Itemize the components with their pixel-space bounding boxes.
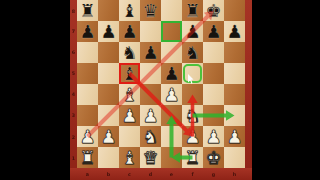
square-g8[interactable]: ♚ bbox=[203, 0, 224, 21]
board-border-right bbox=[245, 0, 252, 180]
square-d2[interactable]: ♞ bbox=[140, 126, 161, 147]
square-f5[interactable] bbox=[182, 63, 203, 84]
square-e6[interactable] bbox=[161, 42, 182, 63]
piece-white-pawn[interactable]: ♟ bbox=[77, 126, 98, 147]
square-g1[interactable]: ♚ bbox=[203, 147, 224, 168]
square-a3[interactable] bbox=[77, 105, 98, 126]
piece-white-bishop[interactable]: ♝ bbox=[119, 147, 140, 168]
video-frame: ♜♝♛♜♚♟♟♟♟♟♟♞♟♞♝♟♝♟♟♟♞♟♟♞♟♟♟♜♝♛♜♚ 8765432… bbox=[0, 0, 320, 180]
piece-black-pawn[interactable]: ♟ bbox=[98, 21, 119, 42]
square-f2[interactable]: ♟ bbox=[182, 126, 203, 147]
square-d1[interactable]: ♛ bbox=[140, 147, 161, 168]
piece-white-rook[interactable]: ♜ bbox=[77, 147, 98, 168]
square-b8[interactable] bbox=[98, 0, 119, 21]
square-b4[interactable] bbox=[98, 84, 119, 105]
piece-white-bishop[interactable]: ♝ bbox=[119, 84, 140, 105]
square-c3[interactable]: ♟ bbox=[119, 105, 140, 126]
square-g7[interactable]: ♟ bbox=[203, 21, 224, 42]
square-a8[interactable]: ♜ bbox=[77, 0, 98, 21]
square-h2[interactable]: ♟ bbox=[224, 126, 245, 147]
square-c1[interactable]: ♝ bbox=[119, 147, 140, 168]
piece-white-pawn[interactable]: ♟ bbox=[140, 105, 161, 126]
square-g4[interactable] bbox=[203, 84, 224, 105]
square-e5[interactable]: ♟ bbox=[161, 63, 182, 84]
square-b1[interactable] bbox=[98, 147, 119, 168]
square-f3[interactable]: ♞ bbox=[182, 105, 203, 126]
piece-black-rook[interactable]: ♜ bbox=[77, 0, 98, 21]
square-f1[interactable]: ♜ bbox=[182, 147, 203, 168]
square-d8[interactable]: ♛ bbox=[140, 0, 161, 21]
square-d4[interactable] bbox=[140, 84, 161, 105]
piece-white-pawn[interactable]: ♟ bbox=[161, 84, 182, 105]
piece-black-knight[interactable]: ♞ bbox=[182, 42, 203, 63]
piece-black-knight[interactable]: ♞ bbox=[119, 42, 140, 63]
piece-black-pawn[interactable]: ♟ bbox=[77, 21, 98, 42]
square-h4[interactable] bbox=[224, 84, 245, 105]
piece-white-queen[interactable]: ♛ bbox=[140, 147, 161, 168]
chess-board: ♜♝♛♜♚♟♟♟♟♟♟♞♟♞♝♟♝♟♟♟♞♟♟♞♟♟♟♜♝♛♜♚ 8765432… bbox=[70, 0, 252, 180]
square-e2[interactable] bbox=[161, 126, 182, 147]
square-c8[interactable]: ♝ bbox=[119, 0, 140, 21]
square-f6[interactable]: ♞ bbox=[182, 42, 203, 63]
square-b7[interactable]: ♟ bbox=[98, 21, 119, 42]
square-b6[interactable] bbox=[98, 42, 119, 63]
square-c6[interactable]: ♞ bbox=[119, 42, 140, 63]
piece-black-pawn[interactable]: ♟ bbox=[140, 42, 161, 63]
piece-black-pawn[interactable]: ♟ bbox=[224, 21, 245, 42]
square-c5[interactable]: ♝ bbox=[119, 63, 140, 84]
square-b3[interactable] bbox=[98, 105, 119, 126]
square-h8[interactable] bbox=[224, 0, 245, 21]
board-border-left bbox=[70, 0, 77, 180]
piece-black-pawn[interactable]: ♟ bbox=[119, 21, 140, 42]
piece-white-pawn[interactable]: ♟ bbox=[182, 126, 203, 147]
square-b5[interactable] bbox=[98, 63, 119, 84]
piece-black-bishop[interactable]: ♝ bbox=[119, 0, 140, 21]
piece-white-pawn[interactable]: ♟ bbox=[98, 126, 119, 147]
square-a4[interactable] bbox=[77, 84, 98, 105]
board-squares: ♜♝♛♜♚♟♟♟♟♟♟♞♟♞♝♟♝♟♟♟♞♟♟♞♟♟♟♜♝♛♜♚ bbox=[77, 0, 245, 168]
square-g6[interactable] bbox=[203, 42, 224, 63]
piece-white-pawn[interactable]: ♟ bbox=[119, 105, 140, 126]
square-d3[interactable]: ♟ bbox=[140, 105, 161, 126]
square-a2[interactable]: ♟ bbox=[77, 126, 98, 147]
square-d7[interactable] bbox=[140, 21, 161, 42]
square-c2[interactable] bbox=[119, 126, 140, 147]
piece-white-knight[interactable]: ♞ bbox=[140, 126, 161, 147]
square-h6[interactable] bbox=[224, 42, 245, 63]
square-h7[interactable]: ♟ bbox=[224, 21, 245, 42]
board-border-bottom bbox=[70, 168, 252, 180]
square-h3[interactable] bbox=[224, 105, 245, 126]
square-f8[interactable]: ♜ bbox=[182, 0, 203, 21]
square-h1[interactable] bbox=[224, 147, 245, 168]
square-f4[interactable] bbox=[182, 84, 203, 105]
piece-white-pawn[interactable]: ♟ bbox=[224, 126, 245, 147]
piece-black-pawn[interactable]: ♟ bbox=[203, 21, 224, 42]
square-g2[interactable]: ♟ bbox=[203, 126, 224, 147]
square-c7[interactable]: ♟ bbox=[119, 21, 140, 42]
piece-white-king[interactable]: ♚ bbox=[203, 147, 224, 168]
square-g5[interactable] bbox=[203, 63, 224, 84]
square-h5[interactable] bbox=[224, 63, 245, 84]
piece-black-rook[interactable]: ♜ bbox=[182, 0, 203, 21]
square-g3[interactable] bbox=[203, 105, 224, 126]
piece-white-pawn[interactable]: ♟ bbox=[203, 126, 224, 147]
square-d5[interactable] bbox=[140, 63, 161, 84]
square-f7[interactable]: ♟ bbox=[182, 21, 203, 42]
piece-black-king[interactable]: ♚ bbox=[203, 0, 224, 21]
piece-black-pawn[interactable]: ♟ bbox=[182, 21, 203, 42]
square-c4[interactable]: ♝ bbox=[119, 84, 140, 105]
piece-white-knight[interactable]: ♞ bbox=[182, 105, 203, 126]
piece-black-queen[interactable]: ♛ bbox=[140, 0, 161, 21]
square-a1[interactable]: ♜ bbox=[77, 147, 98, 168]
piece-black-pawn[interactable]: ♟ bbox=[161, 63, 182, 84]
square-e3[interactable] bbox=[161, 105, 182, 126]
square-a5[interactable] bbox=[77, 63, 98, 84]
square-e1[interactable] bbox=[161, 147, 182, 168]
square-e4[interactable]: ♟ bbox=[161, 84, 182, 105]
square-a7[interactable]: ♟ bbox=[77, 21, 98, 42]
square-a6[interactable] bbox=[77, 42, 98, 63]
square-b2[interactable]: ♟ bbox=[98, 126, 119, 147]
square-e8[interactable] bbox=[161, 0, 182, 21]
square-d6[interactable]: ♟ bbox=[140, 42, 161, 63]
square-e7[interactable] bbox=[161, 21, 182, 42]
piece-black-bishop[interactable]: ♝ bbox=[119, 63, 140, 84]
piece-white-rook[interactable]: ♜ bbox=[182, 147, 203, 168]
